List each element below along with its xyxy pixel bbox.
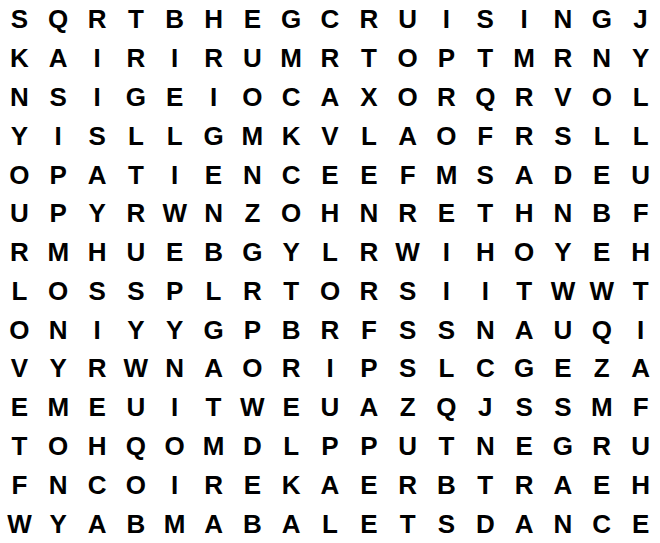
grid-cell[interactable]: Z: [233, 194, 272, 233]
grid-cell[interactable]: I: [78, 39, 117, 78]
grid-cell[interactable]: R: [78, 349, 117, 388]
grid-cell[interactable]: I: [427, 271, 466, 310]
grid-cell[interactable]: R: [349, 271, 388, 310]
grid-cell[interactable]: E: [621, 504, 660, 543]
grid-cell[interactable]: O: [116, 465, 155, 504]
grid-cell[interactable]: L: [155, 116, 194, 155]
grid-cell[interactable]: V: [311, 116, 350, 155]
grid-cell[interactable]: R: [194, 39, 233, 78]
grid-cell[interactable]: W: [116, 349, 155, 388]
grid-cell[interactable]: M: [194, 427, 233, 466]
grid-cell[interactable]: A: [39, 39, 78, 78]
grid-cell[interactable]: E: [233, 465, 272, 504]
grid-cell[interactable]: T: [116, 155, 155, 194]
grid-cell[interactable]: M: [233, 116, 272, 155]
grid-cell[interactable]: W: [155, 194, 194, 233]
grid-cell[interactable]: T: [466, 194, 505, 233]
grid-cell[interactable]: L: [582, 116, 621, 155]
grid-cell[interactable]: E: [155, 78, 194, 117]
grid-cell[interactable]: I: [466, 271, 505, 310]
grid-cell[interactable]: O: [39, 271, 78, 310]
grid-cell[interactable]: R: [349, 233, 388, 272]
grid-cell[interactable]: I: [427, 0, 466, 39]
grid-cell[interactable]: R: [349, 0, 388, 39]
grid-cell[interactable]: B: [194, 233, 233, 272]
grid-cell[interactable]: W: [233, 388, 272, 427]
grid-cell[interactable]: H: [466, 233, 505, 272]
grid-cell[interactable]: I: [427, 233, 466, 272]
grid-cell[interactable]: T: [194, 388, 233, 427]
grid-cell[interactable]: F: [621, 194, 660, 233]
grid-cell[interactable]: N: [194, 194, 233, 233]
grid-cell[interactable]: F: [621, 388, 660, 427]
grid-cell[interactable]: E: [582, 155, 621, 194]
grid-cell[interactable]: P: [427, 39, 466, 78]
grid-cell[interactable]: C: [466, 349, 505, 388]
grid-cell[interactable]: O: [582, 78, 621, 117]
grid-cell[interactable]: O: [0, 155, 39, 194]
grid-cell[interactable]: G: [233, 233, 272, 272]
grid-cell[interactable]: O: [0, 310, 39, 349]
grid-cell[interactable]: T: [116, 0, 155, 39]
grid-cell[interactable]: Q: [466, 78, 505, 117]
grid-cell[interactable]: Y: [0, 116, 39, 155]
grid-cell[interactable]: S: [78, 116, 117, 155]
grid-cell[interactable]: R: [272, 349, 311, 388]
grid-cell[interactable]: F: [349, 310, 388, 349]
grid-cell[interactable]: K: [0, 39, 39, 78]
grid-cell[interactable]: D: [233, 427, 272, 466]
grid-cell[interactable]: L: [349, 116, 388, 155]
grid-cell[interactable]: U: [388, 0, 427, 39]
grid-cell[interactable]: L: [194, 271, 233, 310]
grid-cell[interactable]: P: [39, 155, 78, 194]
grid-cell[interactable]: F: [466, 116, 505, 155]
grid-cell[interactable]: A: [194, 504, 233, 543]
grid-cell[interactable]: N: [544, 504, 583, 543]
grid-cell[interactable]: N: [466, 427, 505, 466]
grid-cell[interactable]: O: [427, 116, 466, 155]
grid-cell[interactable]: X: [349, 78, 388, 117]
grid-cell[interactable]: S: [388, 349, 427, 388]
grid-cell[interactable]: M: [272, 39, 311, 78]
grid-cell[interactable]: L: [116, 116, 155, 155]
grid-cell[interactable]: N: [544, 0, 583, 39]
grid-cell[interactable]: U: [116, 388, 155, 427]
grid-cell[interactable]: L: [0, 271, 39, 310]
grid-cell[interactable]: P: [233, 310, 272, 349]
grid-cell[interactable]: M: [505, 39, 544, 78]
grid-cell[interactable]: C: [582, 504, 621, 543]
grid-cell[interactable]: O: [155, 427, 194, 466]
grid-cell[interactable]: I: [194, 78, 233, 117]
grid-cell[interactable]: N: [39, 465, 78, 504]
grid-cell[interactable]: C: [78, 465, 117, 504]
grid-cell[interactable]: W: [388, 233, 427, 272]
grid-cell[interactable]: R: [427, 78, 466, 117]
grid-cell[interactable]: Y: [78, 194, 117, 233]
grid-cell[interactable]: P: [39, 194, 78, 233]
grid-cell[interactable]: A: [311, 78, 350, 117]
grid-cell[interactable]: J: [621, 0, 660, 39]
grid-cell[interactable]: S: [388, 271, 427, 310]
grid-cell[interactable]: S: [427, 504, 466, 543]
grid-cell[interactable]: I: [78, 78, 117, 117]
grid-cell[interactable]: A: [388, 116, 427, 155]
grid-cell[interactable]: E: [582, 233, 621, 272]
grid-cell[interactable]: A: [505, 504, 544, 543]
grid-cell[interactable]: Y: [155, 310, 194, 349]
grid-cell[interactable]: O: [311, 271, 350, 310]
grid-cell[interactable]: M: [582, 388, 621, 427]
grid-cell[interactable]: W: [544, 271, 583, 310]
grid-cell[interactable]: B: [582, 194, 621, 233]
grid-cell[interactable]: H: [505, 194, 544, 233]
grid-cell[interactable]: U: [621, 155, 660, 194]
grid-cell[interactable]: U: [116, 233, 155, 272]
grid-cell[interactable]: I: [39, 116, 78, 155]
grid-cell[interactable]: I: [311, 349, 350, 388]
grid-cell[interactable]: P: [155, 271, 194, 310]
grid-cell[interactable]: G: [272, 0, 311, 39]
grid-cell[interactable]: R: [505, 78, 544, 117]
grid-cell[interactable]: S: [116, 271, 155, 310]
grid-cell[interactable]: R: [311, 39, 350, 78]
grid-cell[interactable]: T: [0, 427, 39, 466]
grid-cell[interactable]: R: [388, 194, 427, 233]
grid-cell[interactable]: Y: [621, 39, 660, 78]
grid-cell[interactable]: W: [582, 271, 621, 310]
grid-cell[interactable]: Q: [39, 0, 78, 39]
grid-cell[interactable]: H: [194, 0, 233, 39]
grid-cell[interactable]: S: [78, 271, 117, 310]
grid-cell[interactable]: A: [78, 155, 117, 194]
grid-cell[interactable]: E: [349, 155, 388, 194]
grid-cell[interactable]: O: [233, 78, 272, 117]
grid-cell[interactable]: S: [466, 155, 505, 194]
grid-cell[interactable]: S: [388, 310, 427, 349]
grid-cell[interactable]: U: [0, 194, 39, 233]
grid-cell[interactable]: C: [272, 155, 311, 194]
grid-cell[interactable]: L: [621, 78, 660, 117]
grid-cell[interactable]: K: [272, 465, 311, 504]
grid-cell[interactable]: L: [311, 233, 350, 272]
grid-cell[interactable]: E: [78, 388, 117, 427]
grid-cell[interactable]: A: [78, 504, 117, 543]
grid-cell[interactable]: S: [427, 310, 466, 349]
grid-cell[interactable]: L: [311, 504, 350, 543]
grid-cell[interactable]: T: [427, 427, 466, 466]
grid-cell[interactable]: M: [39, 233, 78, 272]
grid-cell[interactable]: U: [621, 427, 660, 466]
grid-cell[interactable]: I: [155, 465, 194, 504]
grid-cell[interactable]: A: [544, 465, 583, 504]
grid-cell[interactable]: D: [466, 504, 505, 543]
grid-cell[interactable]: L: [427, 349, 466, 388]
grid-cell[interactable]: E: [194, 155, 233, 194]
grid-cell[interactable]: Q: [116, 427, 155, 466]
grid-cell[interactable]: O: [388, 78, 427, 117]
grid-cell[interactable]: E: [311, 155, 350, 194]
grid-cell[interactable]: N: [544, 194, 583, 233]
grid-cell[interactable]: R: [0, 233, 39, 272]
grid-cell[interactable]: T: [466, 39, 505, 78]
grid-cell[interactable]: G: [116, 78, 155, 117]
grid-cell[interactable]: K: [272, 116, 311, 155]
word-search-grid: SQRTBHEGCRUISINGJKAIRIRUMRTOPTMRNYNSIGEI…: [0, 0, 660, 543]
grid-cell[interactable]: I: [621, 310, 660, 349]
grid-cell[interactable]: R: [505, 116, 544, 155]
grid-cell[interactable]: E: [427, 194, 466, 233]
grid-cell[interactable]: O: [272, 194, 311, 233]
grid-cell[interactable]: A: [621, 349, 660, 388]
grid-cell[interactable]: N: [349, 194, 388, 233]
grid-cell[interactable]: E: [349, 504, 388, 543]
grid-cell[interactable]: A: [272, 504, 311, 543]
grid-cell[interactable]: U: [311, 388, 350, 427]
grid-cell[interactable]: H: [311, 194, 350, 233]
grid-cell[interactable]: R: [311, 310, 350, 349]
grid-cell[interactable]: Q: [427, 388, 466, 427]
grid-cell[interactable]: Q: [582, 310, 621, 349]
grid-cell[interactable]: R: [582, 427, 621, 466]
grid-cell[interactable]: P: [311, 427, 350, 466]
grid-cell[interactable]: Y: [544, 233, 583, 272]
grid-cell[interactable]: P: [349, 349, 388, 388]
grid-cell[interactable]: B: [427, 465, 466, 504]
grid-cell[interactable]: F: [0, 465, 39, 504]
grid-cell[interactable]: P: [349, 427, 388, 466]
grid-cell[interactable]: T: [349, 39, 388, 78]
grid-cell[interactable]: S: [544, 388, 583, 427]
grid-cell[interactable]: W: [0, 504, 39, 543]
grid-cell[interactable]: O: [233, 349, 272, 388]
grid-cell[interactable]: T: [505, 271, 544, 310]
grid-cell[interactable]: R: [505, 465, 544, 504]
grid-cell[interactable]: H: [78, 427, 117, 466]
grid-cell[interactable]: D: [544, 155, 583, 194]
grid-cell[interactable]: A: [505, 310, 544, 349]
grid-cell[interactable]: N: [39, 310, 78, 349]
grid-cell[interactable]: H: [78, 233, 117, 272]
grid-cell[interactable]: R: [388, 465, 427, 504]
grid-cell[interactable]: G: [505, 349, 544, 388]
grid-cell[interactable]: I: [155, 388, 194, 427]
grid-cell[interactable]: Z: [582, 349, 621, 388]
grid-cell[interactable]: S: [466, 0, 505, 39]
grid-cell[interactable]: Y: [272, 233, 311, 272]
grid-cell[interactable]: M: [39, 388, 78, 427]
grid-cell[interactable]: C: [272, 78, 311, 117]
grid-cell[interactable]: G: [194, 310, 233, 349]
grid-cell[interactable]: S: [0, 0, 39, 39]
grid-cell[interactable]: V: [0, 349, 39, 388]
grid-cell[interactable]: H: [621, 233, 660, 272]
grid-cell[interactable]: B: [155, 0, 194, 39]
grid-cell[interactable]: N: [466, 310, 505, 349]
grid-cell[interactable]: E: [0, 388, 39, 427]
grid-cell[interactable]: R: [116, 39, 155, 78]
grid-cell[interactable]: A: [194, 349, 233, 388]
grid-cell[interactable]: E: [349, 465, 388, 504]
grid-cell[interactable]: I: [155, 39, 194, 78]
grid-cell[interactable]: E: [582, 465, 621, 504]
grid-cell[interactable]: R: [544, 39, 583, 78]
grid-cell[interactable]: Z: [388, 388, 427, 427]
grid-cell[interactable]: E: [505, 427, 544, 466]
grid-cell[interactable]: N: [0, 78, 39, 117]
grid-cell[interactable]: L: [272, 427, 311, 466]
grid-cell[interactable]: I: [78, 310, 117, 349]
grid-cell[interactable]: G: [582, 0, 621, 39]
grid-cell[interactable]: T: [466, 465, 505, 504]
grid-cell[interactable]: S: [544, 116, 583, 155]
grid-cell[interactable]: R: [116, 194, 155, 233]
grid-cell[interactable]: G: [544, 427, 583, 466]
grid-cell[interactable]: Y: [116, 310, 155, 349]
grid-cell[interactable]: S: [505, 388, 544, 427]
grid-cell[interactable]: B: [233, 504, 272, 543]
grid-cell[interactable]: M: [427, 155, 466, 194]
grid-cell[interactable]: M: [155, 504, 194, 543]
grid-cell[interactable]: O: [388, 39, 427, 78]
grid-cell[interactable]: E: [155, 233, 194, 272]
grid-cell[interactable]: N: [155, 349, 194, 388]
grid-cell[interactable]: T: [621, 271, 660, 310]
grid-cell[interactable]: E: [272, 388, 311, 427]
grid-cell[interactable]: V: [544, 78, 583, 117]
grid-cell[interactable]: L: [621, 116, 660, 155]
grid-cell[interactable]: G: [194, 116, 233, 155]
grid-cell[interactable]: R: [194, 465, 233, 504]
grid-cell[interactable]: U: [233, 39, 272, 78]
grid-cell[interactable]: B: [272, 310, 311, 349]
grid-cell[interactable]: I: [505, 0, 544, 39]
grid-cell[interactable]: Y: [39, 349, 78, 388]
grid-cell[interactable]: N: [233, 155, 272, 194]
grid-cell[interactable]: A: [311, 465, 350, 504]
grid-cell[interactable]: A: [505, 155, 544, 194]
grid-cell[interactable]: H: [621, 465, 660, 504]
grid-cell[interactable]: O: [505, 233, 544, 272]
grid-cell[interactable]: U: [388, 427, 427, 466]
grid-cell[interactable]: A: [349, 388, 388, 427]
grid-cell[interactable]: Y: [39, 504, 78, 543]
grid-cell[interactable]: E: [233, 0, 272, 39]
grid-cell[interactable]: E: [544, 349, 583, 388]
grid-cell[interactable]: S: [39, 78, 78, 117]
grid-cell[interactable]: R: [78, 0, 117, 39]
grid-cell[interactable]: O: [39, 427, 78, 466]
grid-cell[interactable]: R: [233, 271, 272, 310]
grid-cell[interactable]: N: [582, 39, 621, 78]
grid-cell[interactable]: B: [116, 504, 155, 543]
grid-cell[interactable]: F: [388, 155, 427, 194]
grid-cell[interactable]: C: [311, 0, 350, 39]
grid-cell[interactable]: T: [272, 271, 311, 310]
grid-cell[interactable]: I: [155, 155, 194, 194]
grid-cell[interactable]: T: [388, 504, 427, 543]
grid-cell[interactable]: J: [466, 388, 505, 427]
grid-cell[interactable]: U: [544, 310, 583, 349]
